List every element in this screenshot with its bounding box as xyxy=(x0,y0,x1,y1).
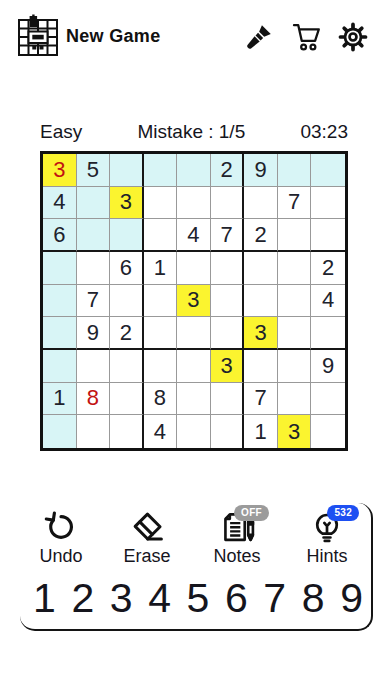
sudoku-cell-r7c1[interactable] xyxy=(43,350,77,383)
sudoku-cell-r5c5[interactable]: 3 xyxy=(177,285,211,318)
sudoku-cell-r3c5[interactable]: 4 xyxy=(177,219,211,252)
notes-label: Notes xyxy=(197,546,277,567)
sudoku-cell-r1c4[interactable] xyxy=(144,154,178,187)
erase-button[interactable]: Erase xyxy=(107,505,187,569)
notes-button[interactable]: OFF Notes xyxy=(197,505,277,569)
undo-button[interactable]: Undo xyxy=(21,505,101,569)
sudoku-cell-r4c7[interactable] xyxy=(244,252,278,285)
sudoku-cell-r8c3[interactable] xyxy=(110,383,144,416)
sudoku-cell-r9c6[interactable] xyxy=(211,415,245,448)
sudoku-cell-r2c2[interactable] xyxy=(77,187,111,220)
sudoku-grid-logo-icon xyxy=(16,14,60,58)
sudoku-cell-r8c5[interactable] xyxy=(177,383,211,416)
sudoku-grid: 35294376472612734923391887413 xyxy=(40,151,348,451)
sudoku-cell-r3c2[interactable] xyxy=(77,219,111,252)
sudoku-cell-r4c5[interactable] xyxy=(177,252,211,285)
settings-gear-button[interactable] xyxy=(337,21,369,53)
notes-off-badge: OFF xyxy=(234,505,269,521)
sudoku-cell-r8c4[interactable]: 8 xyxy=(144,383,178,416)
sudoku-cell-r4c8[interactable] xyxy=(278,252,312,285)
undo-label: Undo xyxy=(21,546,101,567)
sudoku-cell-r9c3[interactable] xyxy=(110,415,144,448)
sudoku-cell-r3c8[interactable] xyxy=(278,219,312,252)
sudoku-cell-r6c8[interactable] xyxy=(278,317,312,350)
sudoku-cell-r7c3[interactable] xyxy=(110,350,144,383)
sudoku-cell-r1c7[interactable]: 9 xyxy=(244,154,278,187)
sudoku-cell-r5c8[interactable] xyxy=(278,285,312,318)
sudoku-cell-r1c6[interactable]: 2 xyxy=(211,154,245,187)
mistake-counter: Mistake : 1/5 xyxy=(137,121,245,143)
sudoku-cell-r9c2[interactable] xyxy=(77,415,111,448)
sudoku-cell-r2c8[interactable]: 7 xyxy=(278,187,312,220)
sudoku-cell-r6c1[interactable] xyxy=(43,317,77,350)
sudoku-cell-r7c7[interactable] xyxy=(244,350,278,383)
sudoku-cell-r2c9[interactable] xyxy=(311,187,345,220)
sudoku-cell-r7c2[interactable] xyxy=(77,350,111,383)
sudoku-cell-r7c4[interactable] xyxy=(144,350,178,383)
sudoku-cell-r5c6[interactable] xyxy=(211,285,245,318)
undo-icon xyxy=(43,509,79,545)
sudoku-cell-r6c5[interactable] xyxy=(177,317,211,350)
sudoku-cell-r4c3[interactable]: 6 xyxy=(110,252,144,285)
sudoku-cell-r8c7[interactable]: 7 xyxy=(244,383,278,416)
eraser-icon xyxy=(129,509,165,545)
page-title: New Game xyxy=(66,10,160,62)
numpad-9[interactable]: 9 xyxy=(340,568,363,628)
sudoku-cell-r1c3[interactable] xyxy=(110,154,144,187)
sudoku-cell-r9c7[interactable]: 1 xyxy=(244,415,278,448)
hints-count-badge: 532 xyxy=(327,505,359,521)
sudoku-cell-r6c2[interactable]: 9 xyxy=(77,317,111,350)
sudoku-cell-r8c1[interactable]: 1 xyxy=(43,383,77,416)
sudoku-cell-r2c6[interactable] xyxy=(211,187,245,220)
sudoku-cell-r4c6[interactable] xyxy=(211,252,245,285)
numpad-4[interactable]: 4 xyxy=(148,568,171,628)
sudoku-cell-r9c5[interactable] xyxy=(177,415,211,448)
hints-label: Hints xyxy=(287,546,367,567)
timer: 03:23 xyxy=(300,121,348,143)
sudoku-cell-r3c6[interactable]: 7 xyxy=(211,219,245,252)
erase-label: Erase xyxy=(107,546,187,567)
sudoku-cell-r3c3[interactable] xyxy=(110,219,144,252)
difficulty-label: Easy xyxy=(40,121,82,143)
sudoku-cell-r4c1[interactable] xyxy=(43,252,77,285)
numpad-1[interactable]: 1 xyxy=(33,568,56,628)
sudoku-cell-r1c9[interactable] xyxy=(311,154,345,187)
numpad-6[interactable]: 6 xyxy=(225,568,248,628)
sudoku-cell-r3c7[interactable]: 2 xyxy=(244,219,278,252)
sudoku-cell-r4c2[interactable] xyxy=(77,252,111,285)
sudoku-cell-r6c9[interactable] xyxy=(311,317,345,350)
sudoku-cell-r9c1[interactable] xyxy=(43,415,77,448)
sudoku-cell-r3c4[interactable] xyxy=(144,219,178,252)
hints-button[interactable]: 532 Hints xyxy=(287,505,367,569)
sudoku-cell-r2c5[interactable] xyxy=(177,187,211,220)
sudoku-cell-r2c7[interactable] xyxy=(244,187,278,220)
sudoku-app: New Game Easy Mistake : 1/5 xyxy=(0,0,392,696)
sudoku-cell-r6c7[interactable]: 3 xyxy=(244,317,278,350)
sudoku-cell-r7c8[interactable] xyxy=(278,350,312,383)
sudoku-cell-r5c7[interactable] xyxy=(244,285,278,318)
sudoku-cell-r9c8[interactable]: 3 xyxy=(278,415,312,448)
numpad-3[interactable]: 3 xyxy=(110,568,133,628)
sudoku-cell-r3c9[interactable] xyxy=(311,219,345,252)
numpad-7[interactable]: 7 xyxy=(263,568,286,628)
status-row: Easy Mistake : 1/5 03:23 xyxy=(40,121,348,143)
sudoku-cell-r1c2[interactable]: 5 xyxy=(77,154,111,187)
numpad-5[interactable]: 5 xyxy=(187,568,210,628)
sudoku-cell-r1c8[interactable] xyxy=(278,154,312,187)
sudoku-cell-r8c6[interactable] xyxy=(211,383,245,416)
sudoku-cell-r2c3[interactable]: 3 xyxy=(110,187,144,220)
top-bar: New Game xyxy=(0,10,392,62)
sudoku-cell-r1c1[interactable]: 3 xyxy=(43,154,77,187)
sudoku-cell-r8c2[interactable]: 8 xyxy=(77,383,111,416)
sudoku-cell-r5c4[interactable] xyxy=(144,285,178,318)
sudoku-cell-r6c6[interactable] xyxy=(211,317,245,350)
sudoku-cell-r4c9[interactable]: 2 xyxy=(311,252,345,285)
control-panel: Undo Erase OFF xyxy=(20,503,373,631)
sudoku-cell-r5c9[interactable]: 4 xyxy=(311,285,345,318)
sudoku-cell-r3c1[interactable]: 6 xyxy=(43,219,77,252)
sudoku-cell-r1c5[interactable] xyxy=(177,154,211,187)
sudoku-cell-r5c1[interactable] xyxy=(43,285,77,318)
sudoku-cell-r6c4[interactable] xyxy=(144,317,178,350)
sudoku-cell-r9c9[interactable] xyxy=(311,415,345,448)
sudoku-cell-r2c4[interactable] xyxy=(144,187,178,220)
number-pad: 1 2 3 4 5 6 7 8 9 xyxy=(20,567,373,629)
numpad-2[interactable]: 2 xyxy=(71,568,94,628)
sudoku-cell-r9c4[interactable]: 4 xyxy=(144,415,178,448)
sudoku-cell-r5c3[interactable] xyxy=(110,285,144,318)
sudoku-cell-r6c3[interactable]: 2 xyxy=(110,317,144,350)
sudoku-cell-r7c5[interactable] xyxy=(177,350,211,383)
numpad-8[interactable]: 8 xyxy=(302,568,325,628)
sudoku-cell-r7c9[interactable]: 9 xyxy=(311,350,345,383)
sudoku-cell-r8c9[interactable] xyxy=(311,383,345,416)
sudoku-cell-r8c8[interactable] xyxy=(278,383,312,416)
sudoku-cell-r7c6[interactable]: 3 xyxy=(211,350,245,383)
sudoku-cell-r5c2[interactable]: 7 xyxy=(77,285,111,318)
shop-cart-button[interactable] xyxy=(290,21,322,53)
sudoku-cell-r4c4[interactable]: 1 xyxy=(144,252,178,285)
theme-brush-button[interactable] xyxy=(243,21,275,53)
sudoku-cell-r2c1[interactable]: 4 xyxy=(43,187,77,220)
